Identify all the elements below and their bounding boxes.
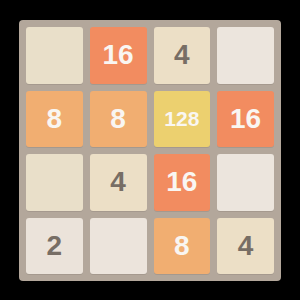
screen-background: 1648812816416284 bbox=[0, 0, 300, 300]
empty-cell bbox=[217, 154, 274, 211]
tile-8: 8 bbox=[90, 91, 147, 148]
tile-4: 4 bbox=[90, 154, 147, 211]
tile-16: 16 bbox=[90, 27, 147, 84]
tile-4: 4 bbox=[217, 218, 274, 275]
empty-cell bbox=[217, 27, 274, 84]
tile-8: 8 bbox=[154, 218, 211, 275]
empty-cell bbox=[26, 27, 83, 84]
empty-cell bbox=[26, 154, 83, 211]
board-2048[interactable]: 1648812816416284 bbox=[19, 20, 281, 281]
empty-cell bbox=[90, 218, 147, 275]
tile-16: 16 bbox=[154, 154, 211, 211]
tile-128: 128 bbox=[154, 91, 211, 148]
tile-16: 16 bbox=[217, 91, 274, 148]
tile-4: 4 bbox=[154, 27, 211, 84]
tile-2: 2 bbox=[26, 218, 83, 275]
tile-8: 8 bbox=[26, 91, 83, 148]
